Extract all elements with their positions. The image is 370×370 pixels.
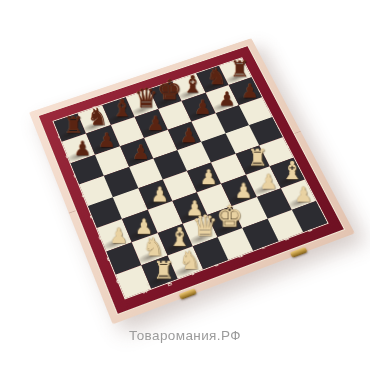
piece-light-pawn[interactable]: ♟ [109,225,128,246]
piece-light-pawn[interactable]: ♟ [294,184,312,204]
wood-frame: hgfedcba hgfedcba 12345678 12345678 ♜♞♝♛… [29,38,355,324]
photo-canvas: hgfedcba hgfedcba 12345678 12345678 ♜♞♝♛… [0,0,370,370]
square-e2[interactable]: ♟ [135,109,168,137]
piece-dark-pawn[interactable]: ♟ [194,97,211,116]
piece-light-king[interactable]: ♚ [216,202,243,232]
piece-light-bishop[interactable]: ♝ [281,158,304,183]
piece-light-rook[interactable]: ♜ [153,259,175,283]
piece-light-knight[interactable]: ♞ [178,248,201,273]
piece-light-pawn[interactable]: ♟ [150,185,168,205]
piece-dark-pawn[interactable]: ♟ [132,142,150,162]
piece-dark-pawn[interactable]: ♟ [218,89,235,108]
piece-light-pawn[interactable]: ♟ [259,171,277,191]
piece-dark-pawn[interactable]: ♟ [147,113,165,133]
chess-board-scene: hgfedcba hgfedcba 12345678 12345678 ♜♞♝♛… [29,38,355,324]
piece-light-rook[interactable]: ♜ [247,147,268,170]
piece-dark-pawn[interactable]: ♟ [98,130,116,150]
piece-dark-pawn[interactable]: ♟ [180,125,198,145]
piece-light-queen[interactable]: ♛ [192,212,218,241]
board-grid: ♜♞♝♛♚♝♞♜♟♟♟♟♟♟♟♟♟♟♜♟♟♟♟♟♝♞♝♛♚♟♜♞ [52,57,328,299]
board-border: hgfedcba hgfedcba 12345678 12345678 ♜♞♝♛… [38,45,346,315]
piece-light-pawn[interactable]: ♟ [200,167,218,187]
watermark-text: Товаромания.РФ [0,328,370,343]
piece-light-pawn[interactable]: ♟ [235,180,253,200]
